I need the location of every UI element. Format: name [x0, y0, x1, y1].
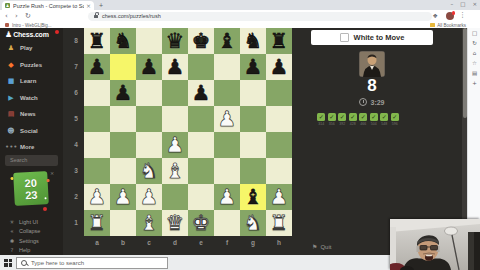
white-pawn[interactable]: ♟ [110, 184, 136, 210]
confetti-dot [10, 177, 13, 180]
square-e4[interactable] [188, 132, 214, 158]
timer: 3:29 [311, 98, 433, 106]
side-rail-icon-2[interactable]: ↻ [468, 38, 480, 48]
sidebar-item-label: Watch [20, 95, 38, 101]
status-text: White to Move [354, 33, 405, 42]
square-g3[interactable] [240, 158, 266, 184]
play-icon: ♟ [5, 44, 17, 52]
sidebar-search-input[interactable]: Search [5, 155, 58, 166]
white-queen[interactable]: ♛ [162, 210, 188, 236]
sidebar-item-label: Learn [20, 78, 36, 84]
file-label-d: d [162, 237, 188, 249]
square-b3[interactable] [110, 158, 136, 184]
black-pawn[interactable]: ♟ [84, 54, 110, 80]
rank-label-7: 7 [70, 54, 82, 80]
extensions-icon[interactable]: ❖ [433, 12, 438, 19]
check-icon: ✓ [370, 113, 378, 121]
chess-board[interactable]: ♜♞♛♚♝♞♜♟♟♟♟♟♟♟♟♟♞♝♟♟♟♟♝♟♜♝♛♚♞♜ [84, 28, 292, 236]
file-label-e: e [188, 237, 214, 249]
back-button[interactable]: ‹ [5, 12, 8, 20]
square-f4[interactable] [214, 132, 240, 158]
webcam-overlay [390, 219, 480, 270]
square-b7[interactable] [110, 54, 136, 80]
square-g4[interactable] [240, 132, 266, 158]
scrollbar-thumb[interactable] [463, 28, 467, 118]
confetti-dot [47, 179, 50, 182]
rank-label-8: 8 [70, 28, 82, 54]
white-rook[interactable]: ♜ [266, 210, 292, 236]
move-indicator-bar: White to Move [311, 30, 433, 45]
puzzle-score: 8 [311, 76, 433, 96]
all-bookmarks-label: All Bookmarks [437, 23, 466, 28]
puzzle-rating: 596 [392, 122, 398, 126]
rank-label-1: 1 [70, 210, 82, 236]
address-bar[interactable]: chess.com/puzzles/rush [88, 12, 432, 21]
rank-label-2: 2 [70, 184, 82, 210]
sidebar-item-social[interactable]: ☻Social [0, 123, 63, 140]
square-f8[interactable]: ♝ [214, 28, 240, 54]
file-label-h: h [266, 237, 292, 249]
black-pawn[interactable]: ♟ [188, 80, 214, 106]
square-g1[interactable]: ♞ [240, 210, 266, 236]
quit-button[interactable]: ⚑ Quit [312, 243, 331, 250]
puzzle-rating: 428 [350, 122, 356, 126]
timer-text: 3:29 [370, 99, 384, 106]
solved-puzzle-1[interactable]: ✓314 [317, 113, 326, 126]
solved-puzzle-5[interactable]: ✓466 [359, 113, 368, 126]
rank-label-3: 3 [70, 158, 82, 184]
help-icon: ? [8, 247, 16, 253]
white-knight[interactable]: ♞ [136, 158, 162, 184]
clock-icon [359, 98, 367, 106]
learn-icon: ■ [5, 77, 17, 85]
badge-year-top: 20 [24, 176, 37, 189]
white-bishop[interactable]: ♝ [136, 210, 162, 236]
sidebar-item-learn[interactable]: ■Learn [0, 73, 63, 90]
square-e3[interactable] [188, 158, 214, 184]
settings-icon: ✱ [8, 238, 16, 244]
square-a3[interactable] [84, 158, 110, 184]
black-rook[interactable]: ♜ [266, 28, 292, 54]
square-c3[interactable]: ♞ [136, 158, 162, 184]
chesscom-sidebar: ♟ Chess.com ♟Play◆Puzzles■Learn▶Watch▤Ne… [0, 28, 63, 255]
sidebar-item-label: News [20, 111, 36, 117]
footer-item-label: Light UI [19, 219, 38, 225]
solved-puzzle-8[interactable]: ✓596 [391, 113, 400, 126]
square-b4[interactable] [110, 132, 136, 158]
square-a2[interactable]: ♟ [84, 184, 110, 210]
square-a1[interactable]: ♜ [84, 210, 110, 236]
side-rail-icon-3[interactable]: ⌂ [468, 48, 480, 58]
square-g2[interactable]: ♝ [240, 184, 266, 210]
sidebar-item-play[interactable]: ♟Play [0, 40, 63, 57]
social-icon: ☻ [5, 127, 17, 135]
solved-puzzle-2[interactable]: ✓356 [328, 113, 337, 126]
notification-badge [55, 30, 59, 34]
square-d8[interactable]: ♛ [162, 28, 188, 54]
square-a7[interactable]: ♟ [84, 54, 110, 80]
profile-notification-badge [452, 11, 456, 15]
white-bishop[interactable]: ♝ [162, 158, 188, 184]
black-knight[interactable]: ♞ [240, 28, 266, 54]
file-labels: abcdefgh [84, 237, 292, 249]
puzzle-rating: 466 [360, 122, 366, 126]
avatar[interactable] [359, 51, 385, 77]
square-a6[interactable] [84, 80, 110, 106]
reload-button[interactable]: ↻ [25, 12, 31, 20]
logo-pawn-icon: ♟ [5, 30, 12, 39]
solved-puzzle-4[interactable]: ✓428 [349, 113, 358, 126]
black-pawn[interactable]: ♟ [110, 80, 136, 106]
solved-puzzles-row: ✓314✓356✓392✓428✓466✓504✓548✓596 [317, 113, 399, 126]
puzzle-rating: 392 [339, 122, 345, 126]
square-d3[interactable]: ♝ [162, 158, 188, 184]
light-ui-icon: ☀ [8, 219, 16, 225]
file-label-f: f [214, 237, 240, 249]
badge-year-bottom: 23 [25, 188, 38, 201]
tab-strip: ♟ Puzzle Rush - Compete to Solv × + – □ … [0, 0, 480, 10]
square-d6[interactable] [162, 80, 188, 106]
square-f6[interactable] [214, 80, 240, 106]
all-bookmarks-button[interactable]: All Bookmarks [430, 23, 466, 28]
badge-close-icon[interactable]: × [50, 170, 54, 176]
sidebar-item-label: More [20, 144, 34, 150]
close-button[interactable]: × [472, 0, 477, 9]
new-tab-button[interactable]: + [99, 2, 103, 9]
confetti-dot [44, 197, 46, 199]
window-controls: – □ × [450, 0, 477, 9]
side-rail-icon-4[interactable]: ☆ [468, 58, 480, 68]
black-bishop[interactable]: ♝ [240, 184, 266, 210]
square-b2[interactable]: ♟ [110, 184, 136, 210]
footer-item-settings[interactable]: ✱Settings [8, 236, 40, 246]
black-pawn[interactable]: ♟ [136, 54, 162, 80]
square-d2[interactable] [162, 184, 188, 210]
square-b8[interactable]: ♞ [110, 28, 136, 54]
square-d4[interactable]: ♟ [162, 132, 188, 158]
more-icon: ••• [5, 143, 17, 151]
black-pawn[interactable]: ♟ [162, 54, 188, 80]
flag-icon: ⚑ [312, 243, 317, 250]
square-a5[interactable] [84, 106, 110, 132]
solved-puzzle-6[interactable]: ✓504 [370, 113, 379, 126]
square-c6[interactable] [136, 80, 162, 106]
square-h7[interactable]: ♟ [266, 54, 292, 80]
check-icon: ✓ [391, 113, 399, 121]
square-c4[interactable] [136, 132, 162, 158]
check-icon: ✓ [359, 113, 367, 121]
tab-title: Puzzle Rush - Compete to Solv [13, 3, 84, 9]
footer-item-collapse[interactable]: «Collapse [8, 227, 40, 237]
collapse-icon: « [8, 228, 16, 234]
puzzles-icon: ◆ [5, 61, 17, 69]
square-g5[interactable] [240, 106, 266, 132]
square-h8[interactable]: ♜ [266, 28, 292, 54]
square-f1[interactable] [214, 210, 240, 236]
white-pawn[interactable]: ♟ [266, 184, 292, 210]
white-knight[interactable]: ♞ [240, 210, 266, 236]
square-h4[interactable] [266, 132, 292, 158]
file-label-a: a [84, 237, 110, 249]
watch-icon: ▶ [5, 94, 17, 102]
square-h3[interactable] [266, 158, 292, 184]
square-f5[interactable]: ♟ [214, 106, 240, 132]
white-rook[interactable]: ♜ [84, 210, 110, 236]
black-bishop[interactable]: ♝ [214, 28, 240, 54]
square-h6[interactable] [266, 80, 292, 106]
square-g8[interactable]: ♞ [240, 28, 266, 54]
sidebar-item-label: Social [20, 128, 38, 134]
chesscom-favicon: ♟ [5, 3, 10, 8]
square-d7[interactable]: ♟ [162, 54, 188, 80]
folder-icon [430, 23, 435, 27]
square-f3[interactable] [214, 158, 240, 184]
white-pawn[interactable]: ♟ [214, 106, 240, 132]
square-e7[interactable] [188, 54, 214, 80]
tab-close-icon[interactable]: × [86, 2, 91, 9]
minimize-button[interactable]: – [450, 0, 453, 9]
square-d5[interactable] [162, 106, 188, 132]
check-icon: ✓ [380, 113, 388, 121]
black-pawn[interactable]: ♟ [240, 54, 266, 80]
browser-menu-icon[interactable]: ⋮ [459, 11, 466, 19]
square-c1[interactable]: ♝ [136, 210, 162, 236]
puzzle-rating: 504 [371, 122, 377, 126]
sidebar-item-more[interactable]: •••More [0, 139, 63, 156]
square-b5[interactable] [110, 106, 136, 132]
news-icon: ▤ [5, 110, 17, 118]
chesscom-logo[interactable]: ♟ Chess.com [5, 30, 49, 39]
square-f2[interactable]: ♟ [214, 184, 240, 210]
check-icon: ✓ [317, 113, 325, 121]
quit-label: Quit [320, 244, 331, 250]
white-square-icon [340, 33, 349, 42]
browser-tab[interactable]: ♟ Puzzle Rush - Compete to Solv × [2, 1, 94, 10]
square-c2[interactable]: ♟ [136, 184, 162, 210]
url-text: chess.com/puzzles/rush [102, 13, 161, 19]
footer-item-label: Help [19, 247, 30, 253]
badge-red-dot [43, 207, 47, 211]
black-rook[interactable]: ♜ [84, 28, 110, 54]
square-e1[interactable]: ♚ [188, 210, 214, 236]
square-c8[interactable] [136, 28, 162, 54]
white-pawn[interactable]: ♟ [214, 184, 240, 210]
rank-labels: 87654321 [70, 28, 82, 236]
footer-item-light-ui[interactable]: ☀Light UI [8, 217, 40, 227]
check-icon: ✓ [328, 113, 336, 121]
square-e2[interactable] [188, 184, 214, 210]
sidebar-item-label: Puzzles [20, 62, 42, 68]
rank-label-5: 5 [70, 106, 82, 132]
check-icon: ✓ [338, 113, 346, 121]
bookmark-item[interactable]: Intro - WebGL|Big... [5, 23, 52, 28]
search-icon [21, 260, 27, 266]
white-king[interactable]: ♚ [188, 210, 214, 236]
square-h1[interactable]: ♜ [266, 210, 292, 236]
white-pawn[interactable]: ♟ [162, 132, 188, 158]
puzzle-rating: 314 [318, 122, 324, 126]
square-a4[interactable] [84, 132, 110, 158]
footer-item-label: Collapse [19, 228, 40, 234]
rank-label-6: 6 [70, 80, 82, 106]
file-label-g: g [240, 237, 266, 249]
side-rail-icon-6[interactable]: + [468, 78, 480, 88]
white-pawn[interactable]: ♟ [136, 184, 162, 210]
puzzle-rating: 356 [329, 122, 335, 126]
side-rail-icon-5[interactable]: ▤ [468, 68, 480, 78]
black-knight[interactable]: ♞ [110, 28, 136, 54]
bookmark-label: Intro - WebGL|Big... [12, 23, 52, 28]
square-c5[interactable] [136, 106, 162, 132]
sidebar-item-puzzles[interactable]: ◆Puzzles [0, 57, 63, 74]
sidebar-footer: ☀Light UI«Collapse✱Settings?Help [8, 217, 40, 255]
taskbar-search-placeholder: Type here to search [31, 260, 84, 266]
square-e6[interactable]: ♟ [188, 80, 214, 106]
sidebar-item-label: Play [20, 45, 32, 51]
start-button[interactable] [4, 259, 12, 267]
bookmark-favicon [5, 23, 9, 27]
footer-item-help[interactable]: ?Help [8, 246, 40, 256]
square-g7[interactable]: ♟ [240, 54, 266, 80]
square-d1[interactable]: ♛ [162, 210, 188, 236]
file-label-b: b [110, 237, 136, 249]
sidebar-item-news[interactable]: ▤News [0, 106, 63, 123]
square-b6[interactable]: ♟ [110, 80, 136, 106]
square-h5[interactable] [266, 106, 292, 132]
check-icon: ✓ [349, 113, 357, 121]
puzzle-rating: 548 [381, 122, 387, 126]
black-king[interactable]: ♚ [188, 28, 214, 54]
square-c7[interactable]: ♟ [136, 54, 162, 80]
sidebar-item-watch[interactable]: ▶Watch [0, 90, 63, 107]
white-pawn[interactable]: ♟ [84, 184, 110, 210]
browser-toolbar: ‹ › ↻ chess.com/puzzles/rush ❖ ⋮ [0, 10, 480, 22]
rank-label-4: 4 [70, 132, 82, 158]
forward-button[interactable]: › [15, 12, 18, 20]
square-e8[interactable]: ♚ [188, 28, 214, 54]
lock-icon [94, 15, 98, 18]
taskbar-search[interactable]: Type here to search [16, 257, 168, 269]
square-b1[interactable] [110, 210, 136, 236]
file-label-c: c [136, 237, 162, 249]
black-pawn[interactable]: ♟ [266, 54, 292, 80]
logo-text: Chess.com [13, 31, 49, 38]
square-f7[interactable] [214, 54, 240, 80]
screen: { "game": "chess", "position": { "fen": … [0, 0, 480, 270]
side-rail-icon-1[interactable]: □ [468, 28, 480, 38]
square-e5[interactable] [188, 106, 214, 132]
footer-item-label: Settings [19, 238, 39, 244]
black-queen[interactable]: ♛ [162, 28, 188, 54]
solved-puzzle-7[interactable]: ✓548 [380, 113, 389, 126]
square-h2[interactable]: ♟ [266, 184, 292, 210]
square-a8[interactable]: ♜ [84, 28, 110, 54]
year-2023-badge[interactable]: 20 23 [13, 171, 49, 206]
maximize-button[interactable]: □ [460, 0, 465, 9]
square-g6[interactable] [240, 80, 266, 106]
solved-puzzle-3[interactable]: ✓392 [338, 113, 347, 126]
sidebar-nav: ♟Play◆Puzzles■Learn▶Watch▤News☻Social•••… [0, 40, 63, 156]
